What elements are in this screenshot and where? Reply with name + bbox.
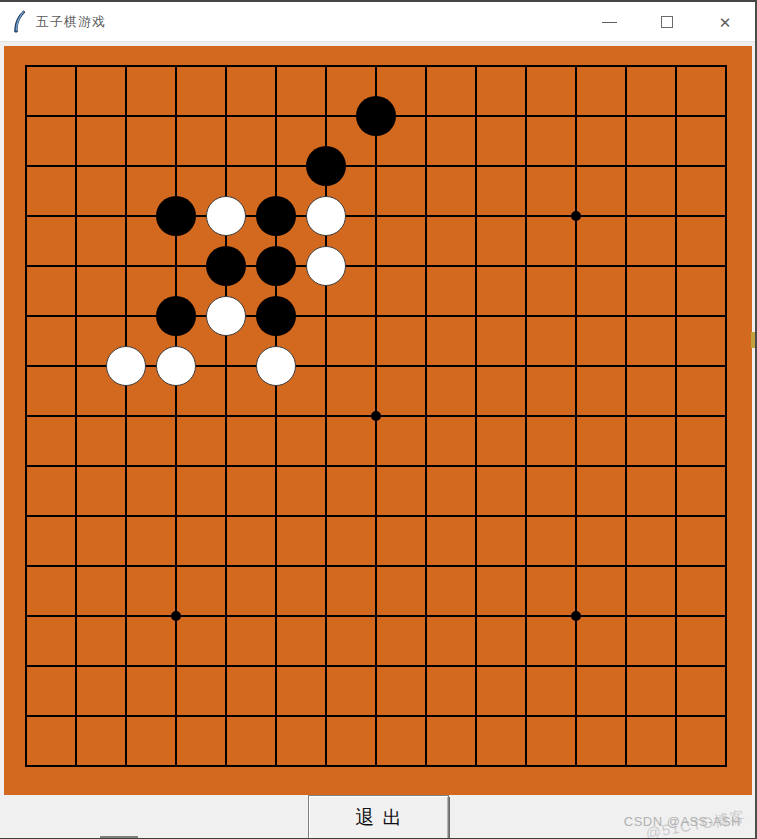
stone-black xyxy=(156,296,196,336)
grid-hline xyxy=(25,565,727,567)
stone-white xyxy=(306,196,346,236)
grid-vline xyxy=(625,65,627,767)
stone-white xyxy=(156,346,196,386)
grid-hline xyxy=(25,715,727,717)
stone-black xyxy=(256,246,296,286)
watermark-csdn: CSDN @ASS-ASH xyxy=(624,814,741,829)
stone-white xyxy=(256,346,296,386)
grid-hline xyxy=(25,515,727,517)
stone-black xyxy=(156,196,196,236)
grid-hline xyxy=(25,665,727,667)
minimize-button[interactable] xyxy=(586,3,632,41)
grid-hline xyxy=(25,765,727,767)
grid-hline xyxy=(25,615,727,617)
grid-vline xyxy=(575,65,577,767)
stone-black xyxy=(306,146,346,186)
grid-vline xyxy=(725,65,727,767)
window-title: 五子棋游戏 xyxy=(36,2,106,42)
stone-white xyxy=(306,246,346,286)
grid-vline xyxy=(525,65,527,767)
star-point xyxy=(371,411,381,421)
board-canvas[interactable] xyxy=(4,46,752,795)
stone-black xyxy=(356,96,396,136)
grid-vline xyxy=(475,65,477,767)
star-point xyxy=(571,611,581,621)
star-point xyxy=(171,611,181,621)
stone-black xyxy=(206,246,246,286)
grid-vline xyxy=(675,65,677,767)
maximize-icon xyxy=(661,16,673,28)
stone-white xyxy=(106,346,146,386)
close-button[interactable]: ✕ xyxy=(702,3,748,41)
minimize-icon xyxy=(602,22,617,23)
stone-black xyxy=(256,196,296,236)
grid-hline xyxy=(25,465,727,467)
exit-button[interactable]: 退出 xyxy=(308,795,449,839)
title-bar: 五子棋游戏 ✕ xyxy=(0,2,755,42)
app-window: 五子棋游戏 ✕ 退出 @51CTO博客 CSDN @ASS-ASH xyxy=(0,0,757,839)
stone-white xyxy=(206,196,246,236)
stone-black xyxy=(256,296,296,336)
grid-vline xyxy=(425,65,427,767)
close-icon: ✕ xyxy=(719,15,732,30)
star-point xyxy=(571,211,581,221)
right-edge-artifact xyxy=(751,332,755,348)
tk-feather-icon xyxy=(11,10,27,34)
maximize-button[interactable] xyxy=(644,3,690,41)
stone-white xyxy=(206,296,246,336)
